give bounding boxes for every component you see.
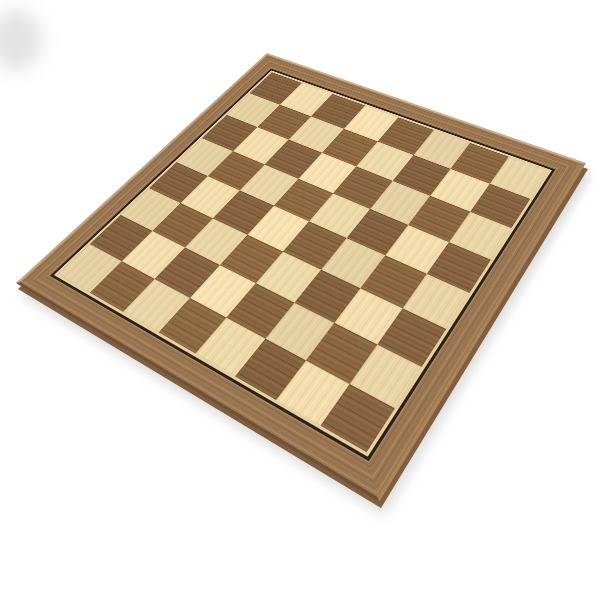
photo-stage (0, 0, 600, 600)
background-smudge (0, 10, 42, 70)
pinstripe-border (50, 69, 555, 462)
chessboard (16, 53, 586, 502)
